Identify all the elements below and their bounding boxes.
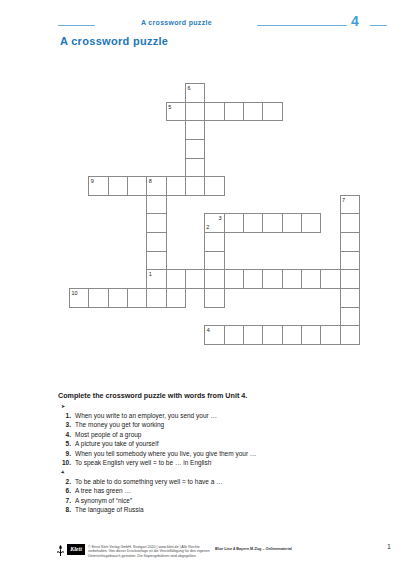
- grid-cell-11-14[interactable]: [340, 288, 360, 308]
- grid-cell-1-8[interactable]: [224, 102, 244, 122]
- grid-number-2: 2: [204, 213, 224, 233]
- grid-cell-11-7[interactable]: [204, 288, 224, 308]
- clue-number-label: 5.: [58, 439, 71, 448]
- grid-cell-6-4[interactable]: [146, 195, 166, 215]
- across-arrow-icon: ➤: [61, 403, 398, 409]
- clue-number-label: 10.: [58, 458, 71, 467]
- grid-cell-5-7[interactable]: [204, 176, 224, 196]
- page-number: 1: [387, 543, 391, 550]
- clue-number-label: 6.: [58, 486, 71, 495]
- crossword-grid: 65987321104: [69, 83, 361, 346]
- clue-row-7: 7.A synonym of “nice”: [58, 496, 398, 505]
- grid-cell-13-10[interactable]: [262, 325, 282, 345]
- grid-cell-10-12[interactable]: [301, 269, 321, 289]
- clue-number-label: 1.: [58, 411, 71, 420]
- grid-number-1: 1: [146, 269, 166, 289]
- grid-number-9: 9: [88, 176, 108, 196]
- grid-cell-10-6[interactable]: [185, 269, 205, 289]
- grid-cell-7-9[interactable]: [243, 213, 263, 233]
- grid-cell-3-6[interactable]: [185, 139, 205, 159]
- grid-cell-9-7[interactable]: [204, 251, 224, 271]
- grid-cell-2-6[interactable]: [185, 120, 205, 140]
- clue-text: The language of Russia: [75, 505, 144, 514]
- grid-cell-8-14[interactable]: [340, 232, 360, 252]
- grid-number-4: 4: [204, 325, 224, 345]
- clue-number-label: 4.: [58, 430, 71, 439]
- grid-number-7: 7: [340, 195, 360, 215]
- grid-cell-12-14[interactable]: [340, 307, 360, 327]
- header-rule-right: [370, 25, 387, 26]
- clues-section: Complete the crossword puzzle with words…: [58, 391, 398, 515]
- grid-cell-10-7[interactable]: [204, 269, 224, 289]
- grid-cell-13-9[interactable]: [243, 325, 263, 345]
- grid-cell-13-13[interactable]: [320, 325, 340, 345]
- grid-cell-1-6[interactable]: [185, 102, 205, 122]
- klett-plant-icon: [56, 544, 65, 557]
- clue-text: When you tell somebody where you live, y…: [75, 449, 256, 458]
- across-clues: 1.When you write to an employer, you sen…: [58, 411, 398, 468]
- clue-text: A picture you take of yourself: [75, 439, 158, 448]
- grid-cell-13-8[interactable]: [224, 325, 244, 345]
- copyright-line: Unterrichtsgebrauch gestattet. Die Kopie…: [88, 554, 286, 558]
- clue-row-10: 10.To speak English very well = to be … …: [58, 458, 398, 467]
- down-clues: 2.To be able to do something very well =…: [58, 477, 398, 515]
- clue-row-6: 6.A tree has green …: [58, 486, 398, 495]
- clue-row-8: 8.The language of Russia: [58, 505, 398, 514]
- clue-number-label: 7.: [58, 496, 71, 505]
- clue-row-3: 3.The money you get for working: [58, 420, 398, 429]
- clue-row-2: 2.To be able to do something very well =…: [58, 477, 398, 486]
- clue-text: To be able to do something very well = t…: [75, 477, 223, 486]
- grid-cell-10-14[interactable]: [340, 269, 360, 289]
- clue-row-9: 9.When you tell somebody where you live,…: [58, 449, 398, 458]
- grid-cell-9-4[interactable]: [146, 251, 166, 271]
- clue-row-1: 1.When you write to an employer, you sen…: [58, 411, 398, 420]
- down-arrow-icon: ➤: [61, 469, 398, 475]
- klett-wordmark: Klett: [67, 544, 85, 555]
- grid-cell-9-14[interactable]: [340, 251, 360, 271]
- grid-number-5: 5: [166, 102, 186, 122]
- running-title: A crossword puzzle: [141, 19, 212, 26]
- clue-number-label: 9.: [58, 449, 71, 458]
- unit-number: 4: [351, 13, 359, 29]
- clue-text: The money you get for working: [75, 420, 164, 429]
- header-rule-mid: [257, 25, 347, 26]
- clue-number-label: 8.: [58, 505, 71, 514]
- grid-cell-7-10[interactable]: [262, 213, 282, 233]
- grid-cell-10-8[interactable]: [224, 269, 244, 289]
- grid-cell-4-6[interactable]: [185, 158, 205, 178]
- grid-number-10: 10: [69, 288, 89, 308]
- material-title: Blue Line 4 Bayern M-Zug – Onlinemateria…: [215, 546, 335, 550]
- grid-cell-10-9[interactable]: [243, 269, 263, 289]
- clue-text: Most people of a group: [75, 430, 142, 439]
- grid-cell-7-8[interactable]: [224, 213, 244, 233]
- grid-cell-13-14[interactable]: [340, 325, 360, 345]
- grid-cell-1-10[interactable]: [262, 102, 282, 122]
- grid-cell-7-14[interactable]: [340, 213, 360, 233]
- clue-text: When you write to an employer, you send …: [75, 411, 217, 420]
- grid-cell-11-1[interactable]: [88, 288, 108, 308]
- grid-cell-11-5[interactable]: [166, 288, 186, 308]
- grid-cell-11-3[interactable]: [127, 288, 147, 308]
- grid-cell-10-10[interactable]: [262, 269, 282, 289]
- grid-cell-5-6[interactable]: [185, 176, 205, 196]
- grid-cell-7-4[interactable]: [146, 213, 166, 233]
- grid-cell-10-13[interactable]: [320, 269, 340, 289]
- grid-cell-10-11[interactable]: [282, 269, 302, 289]
- task-instruction: Complete the crossword puzzle with words…: [58, 391, 398, 400]
- grid-cell-13-12[interactable]: [301, 325, 321, 345]
- clue-text: To speak English very well = to be … in …: [75, 458, 211, 467]
- grid-cell-7-11[interactable]: [282, 213, 302, 233]
- grid-cell-8-7[interactable]: [204, 232, 224, 252]
- grid-cell-10-5[interactable]: [166, 269, 186, 289]
- publisher-logo: Klett: [56, 544, 85, 557]
- grid-cell-11-2[interactable]: [108, 288, 128, 308]
- grid-cell-13-11[interactable]: [282, 325, 302, 345]
- clue-row-4: 4.Most people of a group: [58, 430, 398, 439]
- grid-number-6: 6: [185, 83, 205, 103]
- grid-cell-11-4[interactable]: [146, 288, 166, 308]
- page-title: A crossword puzzle: [60, 35, 168, 47]
- grid-cell-5-2[interactable]: [108, 176, 128, 196]
- grid-cell-5-5[interactable]: [166, 176, 186, 196]
- grid-number-8: 8: [146, 176, 166, 196]
- grid-cell-7-12[interactable]: [301, 213, 321, 233]
- clue-number-label: 3.: [58, 420, 71, 429]
- grid-cell-1-7[interactable]: [204, 102, 224, 122]
- clue-number-label: 2.: [58, 477, 71, 486]
- header-rule-left: [58, 25, 95, 26]
- clue-text: A synonym of “nice”: [75, 496, 132, 505]
- grid-cell-8-4[interactable]: [146, 232, 166, 252]
- clue-row-5: 5.A picture you take of yourself: [58, 439, 398, 448]
- grid-cell-5-3[interactable]: [127, 176, 147, 196]
- grid-cell-1-9[interactable]: [243, 102, 263, 122]
- clue-text: A tree has green …: [75, 486, 131, 495]
- worksheet-page: A crossword puzzle 4 A crossword puzzle …: [0, 0, 416, 588]
